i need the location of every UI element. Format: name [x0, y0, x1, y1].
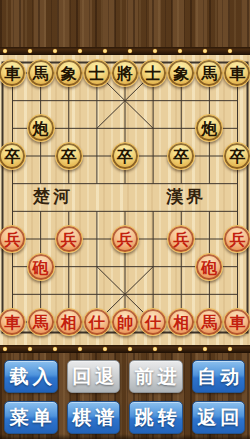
red-horse-left[interactable]: 馬 [27, 308, 55, 336]
top-wood-frame [0, 0, 250, 48]
load-button[interactable]: 载入 [4, 360, 58, 393]
black-chariot-left[interactable]: 車 [0, 59, 26, 87]
black-soldier-1[interactable]: 卒 [0, 142, 26, 170]
red-chariot-right[interactable]: 車 [223, 308, 250, 336]
red-elephant-left[interactable]: 相 [55, 308, 83, 336]
red-cannon-left[interactable]: 砲 [27, 253, 55, 281]
black-advisor-left[interactable]: 士 [83, 59, 111, 87]
tack-nails-icon [0, 345, 250, 353]
red-horse-right[interactable]: 馬 [195, 308, 223, 336]
red-advisor-right[interactable]: 仕 [139, 308, 167, 336]
black-soldier-5[interactable]: 卒 [223, 142, 250, 170]
auto-button[interactable]: 自动 [192, 360, 246, 393]
red-soldier-3[interactable]: 兵 [111, 225, 139, 253]
tack-nails-icon [0, 47, 250, 55]
forward-button[interactable]: 前进 [129, 360, 183, 393]
black-general[interactable]: 將 [111, 59, 139, 87]
black-cannon-right[interactable]: 炮 [195, 114, 223, 142]
red-advisor-left[interactable]: 仕 [83, 308, 111, 336]
red-chariot-left[interactable]: 車 [0, 308, 26, 336]
xiangqi-board[interactable]: 楚河 漢界 車馬象士將士象馬車炮炮卒卒卒卒卒兵兵兵兵兵砲砲車馬相仕帥仕相馬車 [0, 55, 250, 345]
black-elephant-right[interactable]: 象 [167, 59, 195, 87]
bottom-tack-strip [0, 345, 250, 353]
black-horse-left[interactable]: 馬 [27, 59, 55, 87]
record-button[interactable]: 棋谱 [67, 401, 121, 434]
black-advisor-right[interactable]: 士 [139, 59, 167, 87]
xiangqi-app-window: 楚河 漢界 車馬象士將士象馬車炮炮卒卒卒卒卒兵兵兵兵兵砲砲車馬相仕帥仕相馬車 载… [0, 0, 250, 439]
red-general[interactable]: 帥 [111, 308, 139, 336]
top-tack-strip [0, 47, 250, 55]
black-elephant-left[interactable]: 象 [55, 59, 83, 87]
black-chariot-right[interactable]: 車 [223, 59, 250, 87]
jump-button[interactable]: 跳转 [129, 401, 183, 434]
red-elephant-right[interactable]: 相 [167, 308, 195, 336]
black-horse-right[interactable]: 馬 [195, 59, 223, 87]
red-soldier-1[interactable]: 兵 [0, 225, 26, 253]
black-soldier-3[interactable]: 卒 [111, 142, 139, 170]
black-cannon-left[interactable]: 炮 [27, 114, 55, 142]
undo-button[interactable]: 回退 [67, 360, 121, 393]
button-grid: 载入回退前进自动菜单棋谱跳转返回 [4, 360, 245, 434]
piece-layer: 車馬象士將士象馬車炮炮卒卒卒卒卒兵兵兵兵兵砲砲車馬相仕帥仕相馬車 [0, 59, 250, 336]
black-soldier-2[interactable]: 卒 [55, 142, 83, 170]
red-soldier-2[interactable]: 兵 [55, 225, 83, 253]
red-cannon-right[interactable]: 砲 [195, 253, 223, 281]
black-soldier-4[interactable]: 卒 [167, 142, 195, 170]
red-soldier-4[interactable]: 兵 [167, 225, 195, 253]
red-soldier-5[interactable]: 兵 [223, 225, 250, 253]
back-button[interactable]: 返回 [192, 401, 246, 434]
menu-button[interactable]: 菜单 [4, 401, 58, 434]
